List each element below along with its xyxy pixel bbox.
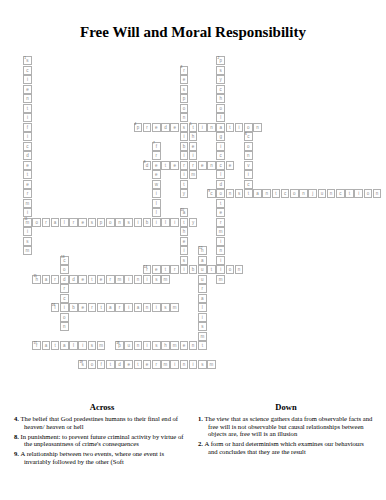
grid-cell[interactable]: M	[161, 275, 170, 284]
grid-cell[interactable]: 12N	[198, 246, 207, 255]
grid-cell[interactable]: R	[88, 303, 97, 312]
grid-cell[interactable]: I	[198, 123, 207, 132]
grid-cell[interactable]: R	[106, 275, 115, 284]
clue-number: 11	[24, 218, 27, 221]
grid-cell[interactable]: R	[42, 218, 51, 227]
grid-cell[interactable]: D	[115, 360, 124, 369]
grid-cell[interactable]: E	[216, 208, 225, 217]
cell-letter: T	[162, 266, 169, 274]
grid-cell[interactable]: O	[32, 218, 41, 227]
grid-cell[interactable]: T	[51, 341, 60, 350]
grid-cell[interactable]: S	[180, 256, 189, 265]
grid-cell[interactable]: 6C	[244, 132, 253, 141]
grid-cell[interactable]: N	[244, 151, 253, 160]
grid-cell[interactable]: 10A	[180, 208, 189, 217]
grid-cell[interactable]: E	[180, 237, 189, 246]
grid-cell[interactable]: 19S	[78, 360, 87, 369]
grid-cell[interactable]: C	[244, 180, 253, 189]
grid-cell[interactable]: C	[23, 142, 32, 151]
grid-cell[interactable]: E	[23, 161, 32, 170]
grid-cell[interactable]: H	[180, 227, 189, 236]
cell-letter: P	[98, 219, 105, 227]
cell-letter: D	[162, 124, 169, 132]
cell-letter: B	[190, 266, 197, 274]
grid-cell[interactable]: C	[281, 189, 290, 198]
grid-cell[interactable]: S	[152, 275, 161, 284]
grid-cell[interactable]: S	[180, 123, 189, 132]
cell-letter: M	[162, 361, 169, 369]
grid-cell[interactable]: R	[69, 218, 78, 227]
grid-cell[interactable]: B	[180, 142, 189, 151]
grid-cell[interactable]: O	[60, 265, 69, 274]
grid-cell[interactable]: I	[170, 218, 179, 227]
down-header: Down	[198, 402, 374, 412]
cell-letter: F	[98, 361, 105, 369]
cell-letter: C	[61, 295, 68, 303]
grid-cell[interactable]: M	[161, 360, 170, 369]
clue-item-text: The belief that God predestines humans t…	[21, 415, 178, 430]
grid-cell[interactable]: 11M	[23, 218, 32, 227]
grid-cell[interactable]: 4P	[134, 123, 143, 132]
grid-cell[interactable]: I	[354, 189, 363, 198]
cell-letter: N	[263, 190, 270, 198]
cell-letter: L	[153, 209, 160, 217]
cell-letter: R	[217, 219, 224, 227]
grid-cell[interactable]: E	[189, 142, 198, 151]
cell-letter: E	[79, 276, 86, 284]
grid-cell[interactable]: N	[180, 113, 189, 122]
cell-letter: I	[144, 342, 151, 350]
grid-cell[interactable]: I	[198, 313, 207, 322]
grid-cell[interactable]: N	[60, 322, 69, 331]
grid-cell[interactable]: R	[198, 284, 207, 293]
cell-letter: I	[217, 266, 224, 274]
clue-number: 1	[24, 57, 26, 60]
down-clue-list: 1. The view that as science gathers data…	[198, 415, 374, 455]
cell-letter: N	[245, 152, 252, 160]
cell-letter: T	[181, 219, 188, 227]
cell-letter: I	[181, 247, 188, 255]
grid-cell[interactable]: N	[262, 189, 271, 198]
grid-cell[interactable]: 3R	[180, 66, 189, 75]
grid-cell[interactable]: E	[198, 161, 207, 170]
grid-cell[interactable]: V	[244, 161, 253, 170]
grid-cell[interactable]: T	[216, 199, 225, 208]
grid-cell[interactable]: N	[226, 189, 235, 198]
grid-cell[interactable]: B	[69, 303, 78, 312]
grid-cell[interactable]: T	[161, 265, 170, 274]
grid-cell[interactable]: C	[23, 66, 32, 75]
grid-cell[interactable]: L	[198, 303, 207, 312]
grid-cell[interactable]: L	[152, 199, 161, 208]
cell-letter: A	[107, 304, 114, 312]
grid-cell[interactable]: R	[189, 161, 198, 170]
grid-cell[interactable]: A	[198, 256, 207, 265]
grid-cell[interactable]: E	[78, 303, 87, 312]
grid-cell[interactable]: I	[152, 303, 161, 312]
grid-cell[interactable]: I	[189, 360, 198, 369]
cell-letter: I	[24, 209, 31, 217]
cell-letter: I	[79, 342, 86, 350]
grid-cell[interactable]: I	[143, 275, 152, 284]
grid-cell[interactable]: R	[60, 284, 69, 293]
cell-letter: T	[135, 361, 142, 369]
grid-cell[interactable]: S	[235, 189, 244, 198]
cell-letter: N	[181, 114, 188, 122]
grid-cell[interactable]: I	[180, 170, 189, 179]
grid-cell[interactable]: T	[23, 170, 32, 179]
grid-cell[interactable]: I	[124, 275, 133, 284]
grid-cell[interactable]: I	[23, 75, 32, 84]
cell-letter: I	[125, 276, 132, 284]
grid-cell[interactable]: M	[170, 341, 179, 350]
grid-cell[interactable]: I	[180, 151, 189, 160]
grid-cell[interactable]: E	[97, 275, 106, 284]
across-header: Across	[14, 402, 190, 412]
grid-cell[interactable]: S	[88, 341, 97, 350]
grid-cell[interactable]: M	[23, 246, 32, 255]
cell-letter: N	[300, 190, 307, 198]
grid-cell[interactable]: R	[216, 218, 225, 227]
grid-cell[interactable]: 18P	[115, 341, 124, 350]
grid-cell[interactable]: O	[106, 218, 115, 227]
grid-cell[interactable]: 7F	[152, 142, 161, 151]
grid-cell[interactable]: D	[216, 180, 225, 189]
grid-cell[interactable]: I	[143, 341, 152, 350]
grid-cell[interactable]: N	[134, 341, 143, 350]
grid-cell[interactable]: I	[78, 341, 87, 350]
grid-cell[interactable]: I	[216, 256, 225, 265]
grid-cell[interactable]: R	[152, 151, 161, 160]
grid-cell[interactable]: 16L	[51, 303, 60, 312]
grid-cell[interactable]: E	[78, 275, 87, 284]
grid-cell[interactable]: N	[216, 246, 225, 255]
grid-cell[interactable]: I	[189, 151, 198, 160]
grid-cell[interactable]: 5T	[189, 123, 198, 132]
cell-letter: M	[162, 276, 169, 284]
grid-cell[interactable]: I	[216, 142, 225, 151]
cell-letter: O	[89, 361, 96, 369]
cell-letter: E	[125, 361, 132, 369]
grid-cell[interactable]: D	[69, 275, 78, 284]
cell-letter: D	[116, 361, 123, 369]
grid-cell[interactable]: S	[216, 66, 225, 75]
cell-letter: E	[171, 162, 178, 170]
grid-cell[interactable]: T	[180, 180, 189, 189]
grid-cell[interactable]: N	[327, 189, 336, 198]
grid-cell[interactable]: N	[253, 123, 262, 132]
cell-letter: E	[24, 162, 31, 170]
grid-cell[interactable]: N	[207, 161, 216, 170]
grid-cell[interactable]: I	[23, 227, 32, 236]
cell-letter: O	[291, 190, 298, 198]
grid-cell[interactable]: I	[23, 208, 32, 217]
grid-cell[interactable]: T	[23, 104, 32, 113]
grid-cell[interactable]: G	[216, 132, 225, 141]
clue-number: 2	[217, 57, 219, 60]
grid-cell[interactable]: L	[216, 170, 225, 179]
grid-cell[interactable]: U	[124, 341, 133, 350]
cell-letter: O	[227, 266, 234, 274]
grid-cell[interactable]: E	[170, 161, 179, 170]
grid-cell[interactable]: R	[23, 189, 32, 198]
grid-cell[interactable]: I	[216, 265, 225, 274]
grid-cell[interactable]: A	[134, 303, 143, 312]
across-clues-column: Across 4. The belief that God predestine…	[14, 402, 190, 468]
cell-letter: O	[217, 105, 224, 113]
grid-cell[interactable]: I	[23, 132, 32, 141]
grid-cell[interactable]: M	[198, 332, 207, 341]
grid-cell[interactable]: N	[373, 189, 382, 198]
grid-cell[interactable]: O	[216, 189, 225, 198]
grid-cell[interactable]: M	[115, 275, 124, 284]
grid-cell[interactable]: L	[161, 218, 170, 227]
grid-cell[interactable]: H	[189, 132, 198, 141]
grid-cell[interactable]: N	[299, 189, 308, 198]
grid-cell[interactable]: E	[124, 360, 133, 369]
cell-letter: S	[162, 304, 169, 312]
grid-cell[interactable]: P	[180, 94, 189, 103]
grid-cell[interactable]: U	[198, 265, 207, 274]
grid-cell[interactable]: C	[216, 151, 225, 160]
clue-number: 12	[199, 247, 202, 250]
cell-letter: E	[24, 181, 31, 189]
cell-letter: I	[61, 304, 68, 312]
grid-cell[interactable]: T	[106, 360, 115, 369]
cell-letter: E	[153, 266, 160, 274]
grid-cell[interactable]: O	[180, 104, 189, 113]
cell-letter: T	[227, 124, 234, 132]
cell-letter: N	[374, 190, 381, 198]
grid-cell[interactable]: R	[152, 360, 161, 369]
grid-cell[interactable]: T	[134, 360, 143, 369]
grid-cell[interactable]: M	[170, 303, 179, 312]
grid-cell[interactable]: M	[216, 227, 225, 236]
grid-cell[interactable]: T	[198, 341, 207, 350]
grid-cell[interactable]: M	[207, 360, 216, 369]
cell-letter: T	[24, 171, 31, 179]
grid-cell[interactable]: T	[272, 189, 281, 198]
grid-cell[interactable]: W	[152, 180, 161, 189]
cell-letter: Y	[181, 190, 188, 198]
grid-cell[interactable]: O	[60, 313, 69, 322]
grid-cell[interactable]: O	[244, 123, 253, 132]
grid-cell[interactable]: C	[60, 294, 69, 303]
cell-letter: R	[70, 219, 77, 227]
grid-cell[interactable]: E	[180, 341, 189, 350]
grid-cell[interactable]: N	[115, 218, 124, 227]
grid-cell[interactable]: L	[60, 218, 69, 227]
grid-cell[interactable]: I	[216, 237, 225, 246]
grid-cell[interactable]: I	[180, 132, 189, 141]
grid-cell[interactable]: N	[180, 360, 189, 369]
grid-cell[interactable]: E	[152, 123, 161, 132]
grid-cell[interactable]: C	[336, 189, 345, 198]
grid-cell[interactable]: 14R	[143, 265, 152, 274]
cell-letter: I	[24, 76, 31, 84]
grid-cell[interactable]: S	[198, 322, 207, 331]
cell-letter: B	[70, 304, 77, 312]
grid-cell[interactable]: I	[23, 113, 32, 122]
grid-cell[interactable]: 8D	[143, 161, 152, 170]
cell-letter: I	[181, 266, 188, 274]
grid-cell[interactable]: E	[170, 123, 179, 132]
grid-cell[interactable]: I	[180, 246, 189, 255]
cell-letter: I	[181, 171, 188, 179]
grid-cell[interactable]: B	[189, 265, 198, 274]
grid-cell[interactable]: O	[290, 189, 299, 198]
grid-cell[interactable]: O	[88, 360, 97, 369]
cell-letter: T	[98, 304, 105, 312]
cell-letter: N	[181, 361, 188, 369]
grid-cell[interactable]: R	[180, 161, 189, 170]
grid-cell[interactable]: 9C	[207, 189, 216, 198]
grid-cell[interactable]: H	[216, 94, 225, 103]
grid-cell[interactable]: O	[244, 142, 253, 151]
grid-cell[interactable]: R	[51, 275, 60, 284]
grid-cell[interactable]: E	[152, 161, 161, 170]
grid-cell[interactable]: I	[124, 303, 133, 312]
grid-cell[interactable]: T	[207, 265, 216, 274]
grid-cell[interactable]: E	[180, 75, 189, 84]
grid-cell[interactable]: E	[226, 161, 235, 170]
cell-letter: R	[199, 285, 206, 293]
grid-cell[interactable]: C	[216, 161, 225, 170]
grid-cell[interactable]: M	[189, 170, 198, 179]
grid-cell[interactable]: D	[161, 123, 170, 132]
grid-cell[interactable]: F	[97, 360, 106, 369]
clue-number: 13	[61, 256, 64, 259]
grid-cell[interactable]: T	[226, 123, 235, 132]
cell-letter: R	[144, 124, 151, 132]
grid-cell[interactable]: O	[364, 189, 373, 198]
grid-cell[interactable]: I	[60, 303, 69, 312]
grid-cell[interactable]: E	[23, 180, 32, 189]
cell-letter: I	[125, 304, 132, 312]
grid-cell[interactable]: I	[170, 360, 179, 369]
cell-letter: T	[181, 181, 188, 189]
grid-cell[interactable]: M	[23, 199, 32, 208]
grid-cell[interactable]: T	[180, 218, 189, 227]
grid-cell[interactable]: J	[308, 189, 317, 198]
grid-cell[interactable]: S	[180, 85, 189, 94]
grid-cell[interactable]: N	[189, 341, 198, 350]
grid-cell[interactable]: A	[42, 341, 51, 350]
grid-cell[interactable]: S	[152, 341, 161, 350]
grid-cell[interactable]: I	[235, 123, 244, 132]
cell-letter: E	[98, 276, 105, 284]
grid-cell[interactable]: L	[152, 208, 161, 217]
grid-cell[interactable]: O	[216, 104, 225, 113]
grid-cell[interactable]: B	[143, 218, 152, 227]
grid-cell[interactable]: A	[60, 341, 69, 350]
cell-letter: R	[61, 285, 68, 293]
grid-cell[interactable]: A	[42, 275, 51, 284]
cell-letter: R	[89, 304, 96, 312]
grid-cell[interactable]: R	[115, 303, 124, 312]
grid-cell[interactable]: U	[318, 189, 327, 198]
grid-cell[interactable]: N	[134, 275, 143, 284]
crossword-grid[interactable]: 1SCIENTIFICDETERMI11MISM2PSYCHOLAGICCLDO…	[0, 0, 386, 400]
grid-cell[interactable]: N	[235, 265, 244, 274]
grid-cell[interactable]: L	[69, 341, 78, 350]
grid-cell[interactable]: D	[23, 151, 32, 160]
grid-cell[interactable]: N	[23, 94, 32, 103]
grid-cell[interactable]: I	[180, 265, 189, 274]
grid-cell[interactable]: S	[161, 303, 170, 312]
grid-cell[interactable]: Y	[180, 189, 189, 198]
grid-cell[interactable]: S	[198, 360, 207, 369]
grid-cell[interactable]: E	[152, 170, 161, 179]
clue-item: 4. The belief that God predestines human…	[14, 415, 190, 430]
grid-cell[interactable]: E	[23, 85, 32, 94]
cell-letter: R	[24, 190, 31, 198]
cell-letter: N	[144, 304, 151, 312]
grid-cell[interactable]: I	[244, 170, 253, 179]
grid-cell[interactable]: O	[226, 265, 235, 274]
grid-cell[interactable]: E	[78, 218, 87, 227]
grid-cell[interactable]: T	[97, 303, 106, 312]
cell-letter: I	[171, 219, 178, 227]
grid-cell[interactable]: A	[198, 294, 207, 303]
grid-cell[interactable]: Y	[189, 218, 198, 227]
grid-cell[interactable]: M	[216, 275, 225, 284]
cell-letter: N	[116, 219, 123, 227]
grid-cell[interactable]: S	[23, 237, 32, 246]
grid-cell[interactable]: I	[152, 189, 161, 198]
grid-cell[interactable]: A	[51, 218, 60, 227]
grid-cell[interactable]: S	[88, 218, 97, 227]
grid-cell[interactable]: 1S	[23, 56, 32, 65]
grid-cell[interactable]: I	[152, 218, 161, 227]
cell-letter: A	[199, 257, 206, 265]
grid-cell[interactable]: E	[143, 360, 152, 369]
grid-cell[interactable]: 15H	[32, 275, 41, 284]
grid-cell[interactable]: S	[124, 218, 133, 227]
cell-letter: E	[227, 162, 234, 170]
crossword-page: Free Will and Moral Responsibility 1SCIE…	[0, 0, 386, 500]
grid-cell[interactable]: T	[345, 189, 354, 198]
grid-cell[interactable]: N	[207, 123, 216, 132]
cell-letter: T	[208, 266, 215, 274]
grid-cell[interactable]: T	[161, 161, 170, 170]
grid-cell[interactable]: 13C	[60, 256, 69, 265]
grid-cell[interactable]: Y	[216, 75, 225, 84]
grid-cell[interactable]: A	[253, 189, 262, 198]
grid-cell[interactable]: R	[143, 123, 152, 132]
grid-cell[interactable]: C	[216, 85, 225, 94]
grid-cell[interactable]: D	[60, 275, 69, 284]
grid-cell[interactable]: I	[134, 218, 143, 227]
clue-number: 5	[190, 123, 192, 126]
grid-cell[interactable]: U	[198, 275, 207, 284]
grid-cell[interactable]: 17F	[32, 341, 41, 350]
grid-cell[interactable]: T	[88, 275, 97, 284]
grid-cell[interactable]: L	[216, 113, 225, 122]
grid-cell[interactable]: 2P	[216, 56, 225, 65]
grid-cell[interactable]: R	[170, 265, 179, 274]
grid-cell[interactable]: F	[23, 123, 32, 132]
grid-cell[interactable]: P	[97, 218, 106, 227]
cell-letter: N	[236, 266, 243, 274]
grid-cell[interactable]: A	[106, 303, 115, 312]
grid-cell[interactable]: A	[216, 123, 225, 132]
grid-cell[interactable]: T	[244, 189, 253, 198]
grid-cell[interactable]: H	[161, 341, 170, 350]
grid-cell[interactable]: N	[143, 303, 152, 312]
grid-cell[interactable]: E	[152, 265, 161, 274]
grid-cell[interactable]: M	[97, 341, 106, 350]
